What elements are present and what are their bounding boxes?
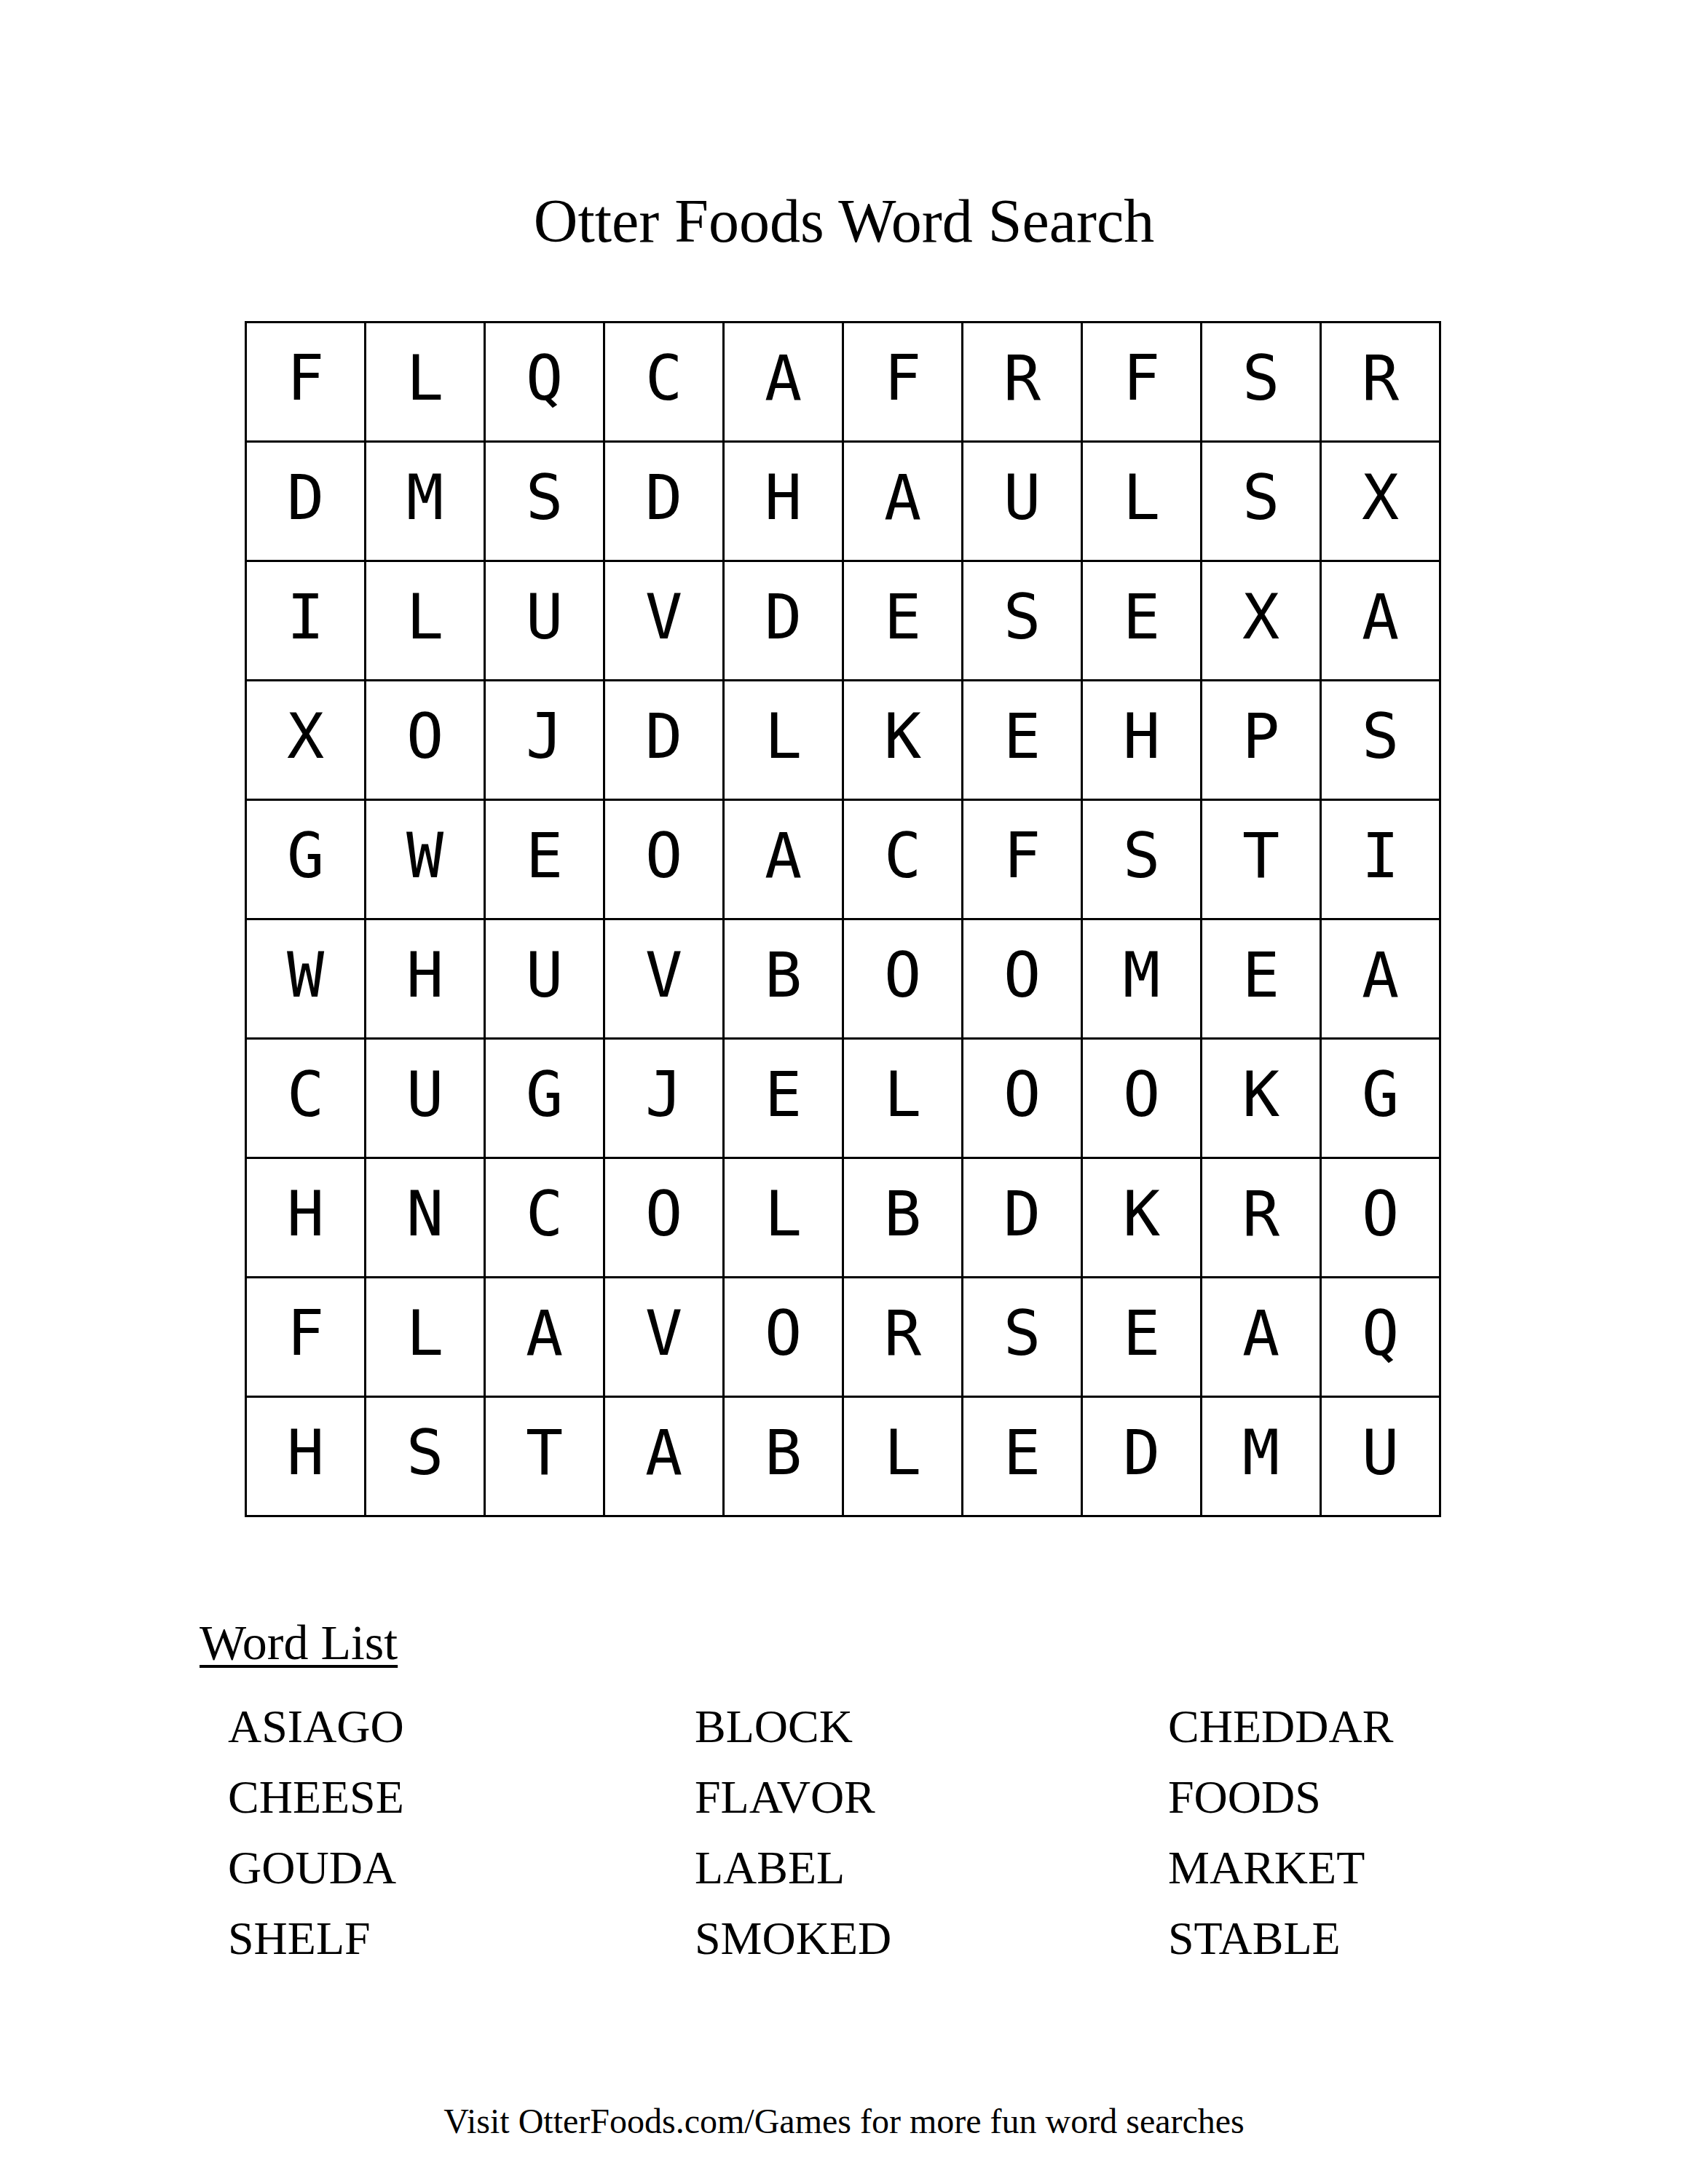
grid-cell-r6c8[interactable]: M xyxy=(1083,920,1200,1037)
grid-letter: P xyxy=(1242,700,1279,772)
grid-cell-r2c5[interactable]: H xyxy=(725,443,842,560)
grid-cell-r9c10[interactable]: Q xyxy=(1322,1278,1439,1396)
grid-letter: C xyxy=(526,1178,563,1250)
grid-cell-r10c9[interactable]: M xyxy=(1202,1398,1320,1515)
grid-cell-r1c1[interactable]: F xyxy=(247,323,364,440)
grid-letter: S xyxy=(406,1417,443,1489)
grid-letter: O xyxy=(884,939,921,1011)
grid-letter: D xyxy=(645,462,682,534)
grid-letter: O xyxy=(765,1297,802,1369)
word-list-item-stable: STABLE xyxy=(1168,1903,1393,1974)
grid-letter: M xyxy=(1123,939,1160,1011)
grid-letter: F xyxy=(1003,820,1041,892)
grid-letter: C xyxy=(287,1059,324,1131)
grid-cell-r6c3[interactable]: U xyxy=(486,920,603,1037)
grid-cell-r3c5[interactable]: D xyxy=(725,562,842,679)
grid-letter: L xyxy=(765,700,802,772)
grid-cell-r9c9[interactable]: A xyxy=(1202,1278,1320,1396)
grid-cell-r9c2[interactable]: L xyxy=(366,1278,484,1396)
grid-cell-r4c7[interactable]: E xyxy=(963,681,1081,799)
grid-cell-r2c7[interactable]: U xyxy=(963,443,1081,560)
grid-letter: I xyxy=(1362,820,1399,892)
grid-letter: O xyxy=(645,820,682,892)
grid-letter: K xyxy=(1123,1178,1160,1250)
puzzle-title: Otter Foods Word Search xyxy=(0,191,1688,252)
grid-cell-r3c3[interactable]: U xyxy=(486,562,603,679)
grid-cell-r5c1[interactable]: G xyxy=(247,801,364,918)
grid-cell-r1c5[interactable]: A xyxy=(725,323,842,440)
grid-cell-r5c3[interactable]: E xyxy=(486,801,603,918)
grid-letter: L xyxy=(765,1178,802,1250)
grid-letter: D xyxy=(287,462,324,534)
grid-letter: C xyxy=(645,342,682,414)
grid-letter: E xyxy=(526,820,563,892)
grid-cell-r7c10[interactable]: G xyxy=(1322,1040,1439,1157)
grid-cell-r1c9[interactable]: S xyxy=(1202,323,1320,440)
grid-letter: B xyxy=(765,1417,802,1489)
grid-cell-r9c7[interactable]: S xyxy=(963,1278,1081,1396)
grid-letter: F xyxy=(884,342,921,414)
grid-cell-r2c2[interactable]: M xyxy=(366,443,484,560)
grid-cell-r7c8[interactable]: O xyxy=(1083,1040,1200,1157)
grid-cell-r5c9[interactable]: T xyxy=(1202,801,1320,918)
grid-cell-r8c7[interactable]: D xyxy=(963,1159,1081,1276)
grid-cell-r7c9[interactable]: K xyxy=(1202,1040,1320,1157)
grid-letter: G xyxy=(1362,1059,1399,1131)
grid-letter: F xyxy=(287,1297,324,1369)
grid-cell-r2c4[interactable]: D xyxy=(605,443,722,560)
word-list-item-cheddar: CHEDDAR xyxy=(1168,1691,1393,1762)
grid-letter: U xyxy=(526,581,563,653)
grid-cell-r4c4[interactable]: D xyxy=(605,681,722,799)
grid-letter: Q xyxy=(526,342,563,414)
grid-letter: T xyxy=(1242,820,1279,892)
grid-cell-r7c3[interactable]: G xyxy=(486,1040,603,1157)
word-list-item-asiago: ASIAGO xyxy=(228,1691,695,1762)
grid-cell-r10c5[interactable]: B xyxy=(725,1398,842,1515)
grid-cell-r1c4[interactable]: C xyxy=(605,323,722,440)
grid-letter: A xyxy=(884,462,921,534)
grid-cell-r9c8[interactable]: E xyxy=(1083,1278,1200,1396)
word-list-heading: Word List xyxy=(200,1618,398,1667)
grid-letter: S xyxy=(1362,700,1399,772)
grid-cell-r3c1[interactable]: I xyxy=(247,562,364,679)
grid-letter: O xyxy=(406,700,443,772)
grid-cell-r6c6[interactable]: O xyxy=(844,920,961,1037)
grid-cell-r8c8[interactable]: K xyxy=(1083,1159,1200,1276)
grid-letter: S xyxy=(1123,820,1160,892)
grid-letter: B xyxy=(765,939,802,1011)
grid-letter: U xyxy=(1003,462,1041,534)
grid-cell-r10c10[interactable]: U xyxy=(1322,1398,1439,1515)
grid-cell-r4c10[interactable]: S xyxy=(1322,681,1439,799)
word-search-page: { "game": "word-search", "title": "Otter… xyxy=(0,0,1688,2184)
grid-cell-r9c6[interactable]: R xyxy=(844,1278,961,1396)
grid-letter: E xyxy=(1003,1417,1041,1489)
grid-cell-r4c1[interactable]: X xyxy=(247,681,364,799)
grid-letter: A xyxy=(1362,581,1399,653)
grid-cell-r6c7[interactable]: O xyxy=(963,920,1081,1037)
grid-cell-r5c10[interactable]: I xyxy=(1322,801,1439,918)
grid-cell-r3c10[interactable]: A xyxy=(1322,562,1439,679)
word-list-item-smoked: SMOKED xyxy=(695,1903,1168,1974)
grid-letter: A xyxy=(765,820,802,892)
word-search-grid: FLQCAFRFSRDMSDHAULSXILUVDESEXAXOJDLKEHPS… xyxy=(245,321,1441,1517)
grid-letter: U xyxy=(526,939,563,1011)
grid-letter: X xyxy=(287,700,324,772)
grid-letter: D xyxy=(645,700,682,772)
grid-letter: L xyxy=(1123,462,1160,534)
grid-cell-r9c3[interactable]: A xyxy=(486,1278,603,1396)
grid-letter: L xyxy=(884,1059,921,1131)
grid-cell-r6c4[interactable]: V xyxy=(605,920,722,1037)
grid-letter: R xyxy=(1362,342,1399,414)
grid-letter: S xyxy=(1242,342,1279,414)
grid-letter: O xyxy=(1003,939,1041,1011)
grid-letter: O xyxy=(1362,1178,1399,1250)
grid-letter: U xyxy=(1362,1417,1399,1489)
grid-letter: D xyxy=(765,581,802,653)
grid-cell-r10c2[interactable]: S xyxy=(366,1398,484,1515)
grid-letter: J xyxy=(526,700,563,772)
word-list-item-gouda: GOUDA xyxy=(228,1832,695,1903)
grid-cell-r4c5[interactable]: L xyxy=(725,681,842,799)
grid-cell-r2c9[interactable]: S xyxy=(1202,443,1320,560)
grid-cell-r8c1[interactable]: H xyxy=(247,1159,364,1276)
grid-letter: G xyxy=(287,820,324,892)
grid-cell-r3c8[interactable]: E xyxy=(1083,562,1200,679)
grid-cell-r3c7[interactable]: S xyxy=(963,562,1081,679)
grid-cell-r10c4[interactable]: A xyxy=(605,1398,722,1515)
word-list-item-market: MARKET xyxy=(1168,1832,1393,1903)
grid-cell-r5c4[interactable]: O xyxy=(605,801,722,918)
grid-letter: A xyxy=(645,1417,682,1489)
grid-cell-r6c5[interactable]: B xyxy=(725,920,842,1037)
grid-letter: R xyxy=(1003,342,1041,414)
grid-letter: R xyxy=(1242,1178,1279,1250)
grid-letter: O xyxy=(1003,1059,1041,1131)
grid-letter: W xyxy=(406,820,443,892)
grid-cell-r7c5[interactable]: E xyxy=(725,1040,842,1157)
grid-cell-r4c6[interactable]: K xyxy=(844,681,961,799)
grid-cell-r1c6[interactable]: F xyxy=(844,323,961,440)
grid-letter: K xyxy=(1242,1059,1279,1131)
grid-letter: E xyxy=(765,1059,802,1131)
grid-cell-r5c2[interactable]: W xyxy=(366,801,484,918)
grid-letter: S xyxy=(526,462,563,534)
grid-cell-r6c2[interactable]: H xyxy=(366,920,484,1037)
grid-cell-r9c4[interactable]: V xyxy=(605,1278,722,1396)
grid-letter: D xyxy=(1123,1417,1160,1489)
grid-letter: U xyxy=(406,1059,443,1131)
grid-cell-r8c10[interactable]: O xyxy=(1322,1159,1439,1276)
grid-letter: H xyxy=(287,1178,324,1250)
grid-cell-r10c8[interactable]: D xyxy=(1083,1398,1200,1515)
grid-cell-r8c4[interactable]: O xyxy=(605,1159,722,1276)
grid-letter: N xyxy=(406,1178,443,1250)
grid-letter: L xyxy=(406,581,443,653)
grid-letter: S xyxy=(1242,462,1279,534)
grid-cell-r2c8[interactable]: L xyxy=(1083,443,1200,560)
grid-letter: K xyxy=(884,700,921,772)
grid-cell-r4c3[interactable]: J xyxy=(486,681,603,799)
grid-cell-r4c8[interactable]: H xyxy=(1083,681,1200,799)
grid-cell-r6c1[interactable]: W xyxy=(247,920,364,1037)
word-list-item-foods: FOODS xyxy=(1168,1762,1393,1832)
grid-letter: X xyxy=(1362,462,1399,534)
grid-cell-r10c1[interactable]: H xyxy=(247,1398,364,1515)
grid-cell-r2c10[interactable]: X xyxy=(1322,443,1439,560)
grid-letter: A xyxy=(1362,939,1399,1011)
grid-letter: O xyxy=(1123,1059,1160,1131)
grid-letter: L xyxy=(406,342,443,414)
grid-cell-r10c6[interactable]: L xyxy=(844,1398,961,1515)
grid-cell-r6c9[interactable]: E xyxy=(1202,920,1320,1037)
word-list-item-cheese: CHEESE xyxy=(228,1762,695,1832)
grid-letter: H xyxy=(1123,700,1160,772)
grid-cell-r1c8[interactable]: F xyxy=(1083,323,1200,440)
grid-letter: X xyxy=(1242,581,1279,653)
word-list-item-block: BLOCK xyxy=(695,1691,1168,1762)
grid-letter: L xyxy=(406,1297,443,1369)
grid-cell-r1c10[interactable]: R xyxy=(1322,323,1439,440)
grid-letter: G xyxy=(526,1059,563,1131)
grid-letter: E xyxy=(1123,1297,1160,1369)
word-list-item-label: LABEL xyxy=(695,1832,1168,1903)
footer-text: Visit OtterFoods.com/Games for more fun … xyxy=(0,2104,1688,2139)
grid-cell-r3c9[interactable]: X xyxy=(1202,562,1320,679)
grid-letter: F xyxy=(1123,342,1160,414)
grid-cell-r7c1[interactable]: C xyxy=(247,1040,364,1157)
grid-letter: O xyxy=(645,1178,682,1250)
grid-letter: V xyxy=(645,581,682,653)
grid-cell-r1c2[interactable]: L xyxy=(366,323,484,440)
grid-letter: J xyxy=(645,1059,682,1131)
grid-cell-r5c6[interactable]: C xyxy=(844,801,961,918)
grid-letter: Q xyxy=(1362,1297,1399,1369)
grid-letter: A xyxy=(1242,1297,1279,1369)
grid-cell-r4c2[interactable]: O xyxy=(366,681,484,799)
grid-letter: R xyxy=(884,1297,921,1369)
grid-letter: E xyxy=(1003,700,1041,772)
grid-cell-r5c8[interactable]: S xyxy=(1083,801,1200,918)
grid-letter: A xyxy=(526,1297,563,1369)
grid-letter: L xyxy=(884,1417,921,1489)
grid-letter: H xyxy=(287,1417,324,1489)
grid-letter: W xyxy=(287,939,324,1011)
grid-letter: T xyxy=(526,1417,563,1489)
grid-cell-r9c1[interactable]: F xyxy=(247,1278,364,1396)
grid-cell-r7c2[interactable]: U xyxy=(366,1040,484,1157)
grid-cell-r2c6[interactable]: A xyxy=(844,443,961,560)
grid-letter: A xyxy=(765,342,802,414)
grid-cell-r4c9[interactable]: P xyxy=(1202,681,1320,799)
grid-cell-r5c5[interactable]: A xyxy=(725,801,842,918)
word-list-item-shelf: SHELF xyxy=(228,1903,695,1974)
grid-cell-r10c7[interactable]: E xyxy=(963,1398,1081,1515)
grid-cell-r10c3[interactable]: T xyxy=(486,1398,603,1515)
grid-letter: H xyxy=(406,939,443,1011)
grid-cell-r2c3[interactable]: S xyxy=(486,443,603,560)
grid-cell-r8c2[interactable]: N xyxy=(366,1159,484,1276)
word-list: ASIAGOBLOCKCHEDDARCHEESEFLAVORFOODSGOUDA… xyxy=(228,1691,1393,1974)
grid-cell-r6c10[interactable]: A xyxy=(1322,920,1439,1037)
grid-cell-r2c1[interactable]: D xyxy=(247,443,364,560)
grid-letter: S xyxy=(1003,581,1041,653)
grid-letter: I xyxy=(287,581,324,653)
grid-cell-r1c7[interactable]: R xyxy=(963,323,1081,440)
grid-cell-r7c6[interactable]: L xyxy=(844,1040,961,1157)
grid-letter: V xyxy=(645,939,682,1011)
grid-letter: E xyxy=(1242,939,1279,1011)
grid-cell-r8c9[interactable]: R xyxy=(1202,1159,1320,1276)
grid-cell-r7c4[interactable]: J xyxy=(605,1040,722,1157)
grid-letter: D xyxy=(1003,1178,1041,1250)
grid-cell-r1c3[interactable]: Q xyxy=(486,323,603,440)
grid-cell-r8c3[interactable]: C xyxy=(486,1159,603,1276)
grid-letter: H xyxy=(765,462,802,534)
grid-letter: B xyxy=(884,1178,921,1250)
grid-cell-r3c4[interactable]: V xyxy=(605,562,722,679)
grid-cell-r9c5[interactable]: O xyxy=(725,1278,842,1396)
grid-letter: E xyxy=(884,581,921,653)
grid-cell-r8c5[interactable]: L xyxy=(725,1159,842,1276)
grid-cell-r3c2[interactable]: L xyxy=(366,562,484,679)
grid-letter: C xyxy=(884,820,921,892)
grid-cell-r8c6[interactable]: B xyxy=(844,1159,961,1276)
word-list-item-flavor: FLAVOR xyxy=(695,1762,1168,1832)
grid-cell-r5c7[interactable]: F xyxy=(963,801,1081,918)
grid-letter: M xyxy=(406,462,443,534)
grid-cell-r3c6[interactable]: E xyxy=(844,562,961,679)
grid-cell-r7c7[interactable]: O xyxy=(963,1040,1081,1157)
grid-letter: V xyxy=(645,1297,682,1369)
grid-letter: F xyxy=(287,342,324,414)
grid-letter: E xyxy=(1123,581,1160,653)
grid-letter: S xyxy=(1003,1297,1041,1369)
grid-letter: M xyxy=(1242,1417,1279,1489)
